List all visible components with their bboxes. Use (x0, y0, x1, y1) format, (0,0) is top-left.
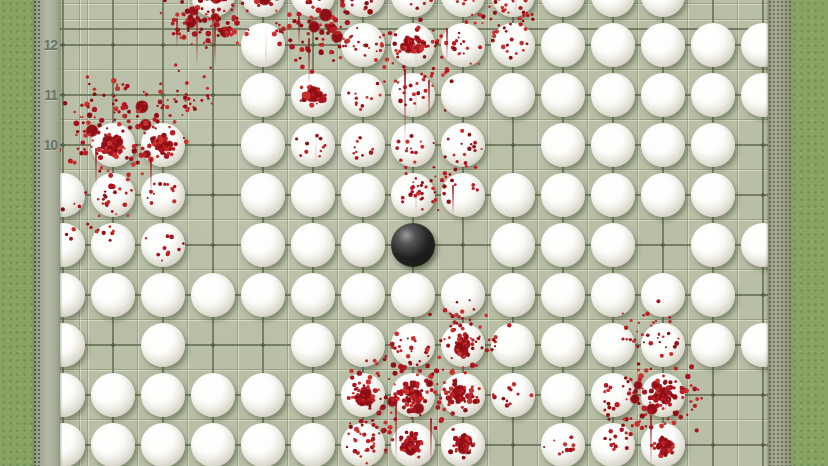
intersection-r13-c6[interactable] (288, 0, 338, 20)
intersection-r13-c11[interactable] (538, 0, 588, 20)
white-stone (91, 223, 135, 267)
intersection-r6-c6[interactable] (288, 320, 338, 370)
intersection-r10-c11[interactable] (538, 120, 588, 170)
white-stone (441, 273, 485, 317)
intersection-r13-c3[interactable] (138, 0, 188, 20)
blood-stain (363, 95, 364, 96)
intersection-r12-c11[interactable] (538, 20, 588, 70)
intersection-r9-c7[interactable] (338, 170, 388, 220)
row-label-10: 10 (35, 137, 57, 153)
white-stone (491, 0, 535, 17)
intersection-r9-c11[interactable] (538, 170, 588, 220)
intersection-r11-c5[interactable] (238, 70, 288, 120)
blood-stain (463, 395, 464, 396)
white-stone (591, 173, 635, 217)
intersection-r7-c6[interactable] (288, 270, 338, 320)
intersection-r11-c12[interactable] (588, 70, 638, 120)
white-stone (691, 73, 735, 117)
intersection-r11-c14[interactable] (688, 70, 738, 120)
white-stone (541, 323, 585, 367)
intersection-r7-c12[interactable] (588, 270, 638, 320)
white-stone (141, 423, 185, 466)
white-stone (541, 123, 585, 167)
intersection-r11-c13[interactable] (638, 70, 688, 120)
white-stone (341, 223, 385, 267)
white-stone (691, 273, 735, 317)
blood-stain (413, 195, 414, 196)
intersection-r7-c4[interactable] (188, 270, 238, 320)
white-stone (491, 323, 535, 367)
intersection-r4-c3[interactable] (138, 420, 188, 466)
white-stone (591, 73, 635, 117)
intersection-r10-c8[interactable] (388, 120, 438, 170)
intersection-r10-c13[interactable] (638, 120, 688, 170)
blood-stain (463, 445, 464, 446)
intersection-r9-c3[interactable] (138, 170, 188, 220)
blood-stain (363, 45, 364, 46)
intersection-r11-c3[interactable] (138, 70, 188, 120)
intersection-r7-c14[interactable] (688, 270, 738, 320)
white-stone (191, 423, 235, 466)
intersection-r5-c13[interactable] (638, 370, 688, 420)
white-stone (491, 73, 535, 117)
white-stone (241, 223, 285, 267)
intersection-r9-c2[interactable] (88, 170, 138, 220)
intersection-r13-c12[interactable] (588, 0, 638, 20)
white-stone (341, 273, 385, 317)
white-stone (91, 423, 135, 466)
intersection-r8-c13[interactable] (638, 220, 688, 270)
intersection-r5-c2[interactable] (88, 370, 138, 420)
intersection-r12-c4[interactable] (188, 20, 238, 70)
black-stone (391, 223, 435, 267)
intersection-r11-c7[interactable] (338, 70, 388, 120)
white-stone (641, 0, 685, 17)
intersection-r11-c9[interactable] (438, 70, 488, 120)
intersection-r9-c10[interactable] (488, 170, 538, 220)
blood-stain (663, 345, 664, 346)
white-stone (541, 173, 585, 217)
intersection-r4-c12[interactable] (588, 420, 638, 466)
intersection-r6-c3[interactable] (138, 320, 188, 370)
white-stone (391, 0, 435, 17)
intersection-r8-c12[interactable] (588, 220, 638, 270)
white-stone (241, 423, 285, 466)
blood-stain (363, 395, 364, 396)
intersection-r8-c7[interactable] (338, 220, 388, 270)
blood-stain (463, 145, 464, 146)
intersection-r11-c4[interactable] (188, 70, 238, 120)
intersection-r8-c2[interactable] (88, 220, 138, 270)
row-label-11: 11 (35, 87, 57, 103)
intersection-r7-c11[interactable] (538, 270, 588, 320)
white-stone (191, 0, 235, 17)
intersection-r8-c5[interactable] (238, 220, 288, 270)
white-stone (591, 223, 635, 267)
intersection-r9-c8[interactable] (388, 170, 438, 220)
white-stone (591, 273, 635, 317)
white-stone (191, 273, 235, 317)
intersection-r12-c6[interactable] (288, 20, 338, 70)
white-stone (441, 173, 485, 217)
blood-stain (613, 445, 614, 446)
intersection-r10-c4[interactable] (188, 120, 238, 170)
blood-stain (463, 45, 464, 46)
left-coordinate-rail: 121110 (33, 0, 60, 466)
intersection-r5-c5[interactable] (238, 370, 288, 420)
white-stone (641, 173, 685, 217)
white-stone (641, 23, 685, 67)
intersection-r6-c12[interactable] (588, 320, 638, 370)
white-stone (641, 73, 685, 117)
white-stone (241, 73, 285, 117)
intersection-r6-c11[interactable] (538, 320, 588, 370)
intersection-r4-c14[interactable] (688, 420, 738, 466)
intersection-r9-c4[interactable] (188, 170, 238, 220)
white-stone (541, 23, 585, 67)
intersection-r10-c2[interactable] (88, 120, 138, 170)
blood-stain (313, 145, 314, 146)
intersection-r8-c8[interactable] (388, 220, 438, 270)
white-stone (591, 123, 635, 167)
intersection-r7-c5[interactable] (238, 270, 288, 320)
intersection-r13-c8[interactable] (388, 0, 438, 20)
blood-stain (163, 195, 164, 196)
white-stone (341, 323, 385, 367)
blood-stain (413, 345, 414, 346)
intersection-r5-c7[interactable] (338, 370, 388, 420)
white-stone (241, 23, 285, 67)
intersection-r11-c10[interactable] (488, 70, 538, 120)
intersection-r9-c5[interactable] (238, 170, 288, 220)
intersection-r9-c14[interactable] (688, 170, 738, 220)
intersection-r12-c2[interactable] (88, 20, 138, 70)
intersection-r5-c4[interactable] (188, 370, 238, 420)
intersection-r13-c5[interactable] (238, 0, 288, 20)
white-stone (291, 223, 335, 267)
intersection-r4-c6[interactable] (288, 420, 338, 466)
blood-stain (413, 145, 414, 146)
intersection-r11-c11[interactable] (538, 70, 588, 120)
intersection-r8-c9[interactable] (438, 220, 488, 270)
white-stone (341, 173, 385, 217)
blood-stain (463, 345, 464, 346)
intersection-r4-c7[interactable] (338, 420, 388, 466)
intersection-r11-c2[interactable] (88, 70, 138, 120)
intersection-r12-c8[interactable] (388, 20, 438, 70)
white-stone (691, 23, 735, 67)
white-stone (291, 373, 335, 417)
intersection-r13-c4[interactable] (188, 0, 238, 20)
white-stone (141, 373, 185, 417)
intersection-r12-c14[interactable] (688, 20, 738, 70)
white-stone (391, 273, 435, 317)
intersection-r5-c14[interactable] (688, 370, 738, 420)
white-stone (541, 73, 585, 117)
blood-stain (513, 45, 514, 46)
white-stone (691, 123, 735, 167)
intersection-r5-c3[interactable] (138, 370, 188, 420)
intersection-r13-c13[interactable] (638, 0, 688, 20)
white-stone (691, 173, 735, 217)
blood-stain (513, 395, 514, 396)
intersection-r4-c11[interactable] (538, 420, 588, 466)
intersection-r5-c12[interactable] (588, 370, 638, 420)
white-stone (241, 273, 285, 317)
row-label-12: 12 (35, 37, 57, 53)
intersection-r7-c3[interactable] (138, 270, 188, 320)
blood-stain (313, 95, 314, 96)
white-stone (641, 273, 685, 317)
intersection-r12-c5[interactable] (238, 20, 288, 70)
intersection-r7-c13[interactable] (638, 270, 688, 320)
blood-stain (363, 145, 364, 146)
white-stone (241, 173, 285, 217)
blood-stain (613, 395, 614, 396)
intersection-r5-c6[interactable] (288, 370, 338, 420)
intersection-r7-c2[interactable] (88, 270, 138, 320)
intersection-r13-c14[interactable] (688, 0, 738, 20)
intersection-r13-c7[interactable] (338, 0, 388, 20)
intersection-r10-c9[interactable] (438, 120, 488, 170)
intersection-r13-c9[interactable] (438, 0, 488, 20)
blood-stain (163, 145, 164, 146)
intersection-r11-c8[interactable] (388, 70, 438, 120)
intersection-r12-c13[interactable] (638, 20, 688, 70)
intersection-r4-c5[interactable] (238, 420, 288, 466)
white-stone (241, 373, 285, 417)
white-stone (91, 273, 135, 317)
intersection-r7-c8[interactable] (388, 270, 438, 320)
intersection-r5-c11[interactable] (538, 370, 588, 420)
white-stone (591, 0, 635, 17)
intersection-r10-c14[interactable] (688, 120, 738, 170)
intersection-r4-c8[interactable] (388, 420, 438, 466)
intersection-r12-c12[interactable] (588, 20, 638, 70)
white-stone (291, 323, 335, 367)
intersection-r9-c13[interactable] (638, 170, 688, 220)
intersection-r6-c9[interactable] (438, 320, 488, 370)
intersection-r10-c12[interactable] (588, 120, 638, 170)
intersection-r6-c8[interactable] (388, 320, 438, 370)
intersection-r4-c9[interactable] (438, 420, 488, 466)
intersection-r6-c4[interactable] (188, 320, 238, 370)
intersection-r6-c7[interactable] (338, 320, 388, 370)
intersection-r8-c10[interactable] (488, 220, 538, 270)
white-stone (541, 0, 585, 17)
white-stone (441, 73, 485, 117)
white-stone (591, 323, 635, 367)
intersection-r13-c2[interactable] (88, 0, 138, 20)
intersection-r10-c5[interactable] (238, 120, 288, 170)
blood-stain (413, 395, 414, 396)
intersection-r12-c10[interactable] (488, 20, 538, 70)
intersection-r8-c14[interactable] (688, 220, 738, 270)
white-stone (291, 423, 335, 466)
white-stone (141, 273, 185, 317)
intersection-r10-c7[interactable] (338, 120, 388, 170)
white-stone (691, 323, 735, 367)
intersection-r5-c9[interactable] (438, 370, 488, 420)
blood-stain (413, 445, 414, 446)
intersection-r8-c6[interactable] (288, 220, 338, 270)
white-stone (291, 173, 335, 217)
intersection-r6-c13[interactable] (638, 320, 688, 370)
intersection-r10-c10[interactable] (488, 120, 538, 170)
gomoku-game-screen: 121110 (0, 0, 828, 466)
white-stone (241, 0, 285, 17)
intersection-r8-c4[interactable] (188, 220, 238, 270)
intersection-r9-c12[interactable] (588, 170, 638, 220)
white-stone (141, 323, 185, 367)
intersection-r9-c6[interactable] (288, 170, 338, 220)
white-stone (491, 273, 535, 317)
intersection-r10-c3[interactable] (138, 120, 188, 170)
white-stone (91, 373, 135, 417)
intersection-r4-c4[interactable] (188, 420, 238, 466)
intersection-r6-c2[interactable] (88, 320, 138, 370)
intersection-r8-c3[interactable] (138, 220, 188, 270)
white-stone (691, 223, 735, 267)
white-stone (241, 123, 285, 167)
blood-stain (363, 445, 364, 446)
white-stone (341, 0, 385, 17)
intersection-r6-c5[interactable] (238, 320, 288, 370)
intersection-r12-c7[interactable] (338, 20, 388, 70)
intersection-r7-c9[interactable] (438, 270, 488, 320)
intersection-r5-c10[interactable] (488, 370, 538, 420)
white-stone (591, 23, 635, 67)
intersection-r12-c9[interactable] (438, 20, 488, 70)
white-stone (541, 273, 585, 317)
blood-stain (113, 145, 114, 146)
white-stone (191, 373, 235, 417)
intersection-r6-c14[interactable] (688, 320, 738, 370)
intersection-r6-c10[interactable] (488, 320, 538, 370)
blood-stain (663, 395, 664, 396)
intersection-r4-c10[interactable] (488, 420, 538, 466)
blood-stain (663, 445, 664, 446)
board-intersections (38, 0, 788, 466)
white-stone (491, 173, 535, 217)
blood-stain (413, 95, 414, 96)
white-stone (641, 123, 685, 167)
white-stone (491, 223, 535, 267)
white-stone (541, 223, 585, 267)
right-board-frame (768, 0, 792, 466)
white-stone (441, 0, 485, 17)
intersection-r4-c13[interactable] (638, 420, 688, 466)
intersection-r11-c6[interactable] (288, 70, 338, 120)
blood-stain (413, 45, 414, 46)
blood-stain (163, 245, 164, 246)
intersection-r4-c2[interactable] (88, 420, 138, 466)
intersection-r7-c10[interactable] (488, 270, 538, 320)
white-stone (291, 273, 335, 317)
intersection-r7-c7[interactable] (338, 270, 388, 320)
white-stone (541, 373, 585, 417)
blood-stain (563, 445, 564, 446)
intersection-r5-c8[interactable] (388, 370, 438, 420)
intersection-r12-c3[interactable] (138, 20, 188, 70)
intersection-r8-c11[interactable] (538, 220, 588, 270)
intersection-r9-c9[interactable] (438, 170, 488, 220)
intersection-r10-c6[interactable] (288, 120, 338, 170)
blood-stain (113, 195, 114, 196)
white-stone (291, 0, 335, 17)
intersection-r13-c10[interactable] (488, 0, 538, 20)
